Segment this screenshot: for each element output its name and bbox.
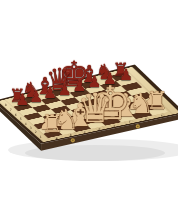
rank-label-7: 7	[10, 109, 12, 112]
rank-label-3: 3	[30, 126, 32, 129]
clasp-right-pin	[137, 126, 138, 127]
clasp-left-pin	[72, 140, 73, 141]
chess-set-photo: a8b7c6d5e4f3g2h1 ♜♞♝♛♚♝♞♜♟♟♟♟♟♟♟♟♟♟♟♟♟♟♟…	[0, 0, 178, 222]
piece-black-pawn-b7[interactable]: ♟	[29, 90, 43, 106]
piece-black-pawn-c7[interactable]: ♟	[43, 86, 57, 102]
rank-label-8: 8	[5, 104, 7, 107]
rank-label-6: 6	[15, 113, 17, 116]
piece-black-pawn-d7[interactable]: ♟	[58, 83, 72, 99]
piece-white-rook-a1[interactable]: ♜	[41, 112, 63, 136]
rank-label-4: 4	[25, 122, 27, 125]
rank-label-5: 5	[20, 118, 22, 121]
piece-black-pawn-a7[interactable]: ♟	[15, 93, 29, 109]
rank-label-2: 2	[35, 131, 37, 134]
